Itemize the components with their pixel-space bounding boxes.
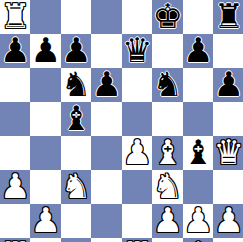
square-d7[interactable] (91, 34, 121, 68)
piece-white-pawn[interactable]: ♟ (0, 169, 30, 203)
piece-white-queen[interactable]: ♛ (213, 135, 243, 169)
square-b4[interactable] (30, 136, 60, 170)
piece-black-queen[interactable]: ♛ (122, 33, 152, 67)
square-e5[interactable] (122, 102, 152, 136)
square-g3[interactable] (183, 170, 213, 204)
piece-black-king[interactable]: ♚ (152, 0, 182, 33)
square-e1[interactable]: ♜ (122, 238, 152, 242)
square-d5[interactable] (91, 102, 121, 136)
square-f6[interactable]: ♞ (152, 68, 182, 102)
square-d2[interactable] (91, 204, 121, 238)
square-f5[interactable] (152, 102, 182, 136)
square-c4[interactable] (61, 136, 91, 170)
square-e6[interactable] (122, 68, 152, 102)
square-d1[interactable] (91, 238, 121, 242)
square-h3[interactable] (213, 170, 243, 204)
square-b6[interactable] (30, 68, 60, 102)
square-a7[interactable]: ♟ (0, 34, 30, 68)
square-h6[interactable]: ♟ (213, 68, 243, 102)
piece-black-pawn[interactable]: ♟ (183, 33, 213, 67)
piece-black-pawn[interactable]: ♟ (213, 67, 243, 101)
piece-black-knight[interactable]: ♞ (61, 67, 91, 101)
piece-white-knight[interactable]: ♞ (152, 169, 182, 203)
square-b7[interactable]: ♟ (30, 34, 60, 68)
square-f2[interactable]: ♟ (152, 204, 182, 238)
square-h1[interactable] (213, 238, 243, 242)
square-e2[interactable] (122, 204, 152, 238)
square-a1[interactable]: ♜ (0, 238, 30, 242)
chess-board: ♜♚♜♟♟♟♛♟♞♟♞♟♝♟♝♝♛♟♞♞♟♟♟♟♜♜♚ (0, 0, 242, 242)
piece-white-rook[interactable]: ♜ (122, 237, 152, 242)
square-g5[interactable] (183, 102, 213, 136)
square-c5[interactable]: ♝ (61, 102, 91, 136)
square-e4[interactable]: ♟ (122, 136, 152, 170)
square-g6[interactable] (183, 68, 213, 102)
square-f1[interactable] (152, 238, 182, 242)
square-c6[interactable]: ♞ (61, 68, 91, 102)
square-h5[interactable] (213, 102, 243, 136)
piece-white-pawn[interactable]: ♟ (30, 203, 60, 237)
square-d6[interactable]: ♟ (91, 68, 121, 102)
square-h7[interactable] (213, 34, 243, 68)
square-g4[interactable]: ♝ (183, 136, 213, 170)
square-c8[interactable] (61, 0, 91, 34)
square-h2[interactable]: ♟ (213, 204, 243, 238)
square-c7[interactable]: ♟ (61, 34, 91, 68)
piece-white-rook[interactable]: ♜ (0, 237, 30, 242)
square-f4[interactable]: ♝ (152, 136, 182, 170)
piece-black-pawn[interactable]: ♟ (0, 33, 30, 67)
piece-black-rook[interactable]: ♜ (213, 0, 243, 33)
square-f7[interactable] (152, 34, 182, 68)
piece-black-pawn[interactable]: ♟ (61, 33, 91, 67)
square-f3[interactable]: ♞ (152, 170, 182, 204)
square-h8[interactable]: ♜ (213, 0, 243, 34)
square-g1[interactable]: ♚ (183, 238, 213, 242)
square-a8[interactable]: ♜ (0, 0, 30, 34)
square-e7[interactable]: ♛ (122, 34, 152, 68)
square-d8[interactable] (91, 0, 121, 34)
square-e8[interactable] (122, 0, 152, 34)
square-c3[interactable]: ♞ (61, 170, 91, 204)
square-d4[interactable] (91, 136, 121, 170)
piece-white-rook[interactable]: ♜ (0, 0, 30, 33)
piece-black-pawn[interactable]: ♟ (91, 67, 121, 101)
piece-black-bishop[interactable]: ♝ (183, 135, 213, 169)
square-c2[interactable] (61, 204, 91, 238)
piece-black-knight[interactable]: ♞ (152, 67, 182, 101)
square-b1[interactable] (30, 238, 60, 242)
square-g8[interactable] (183, 0, 213, 34)
piece-white-pawn[interactable]: ♟ (213, 203, 243, 237)
piece-black-bishop[interactable]: ♝ (61, 101, 91, 135)
square-a6[interactable] (0, 68, 30, 102)
square-a2[interactable] (0, 204, 30, 238)
piece-white-bishop[interactable]: ♝ (152, 135, 182, 169)
square-g7[interactable]: ♟ (183, 34, 213, 68)
square-d3[interactable] (91, 170, 121, 204)
piece-black-pawn[interactable]: ♟ (30, 33, 60, 67)
square-a3[interactable]: ♟ (0, 170, 30, 204)
piece-white-knight[interactable]: ♞ (61, 169, 91, 203)
square-g2[interactable]: ♟ (183, 204, 213, 238)
square-c1[interactable] (61, 238, 91, 242)
square-a4[interactable] (0, 136, 30, 170)
piece-white-pawn[interactable]: ♟ (122, 135, 152, 169)
piece-white-pawn[interactable]: ♟ (183, 203, 213, 237)
square-b3[interactable] (30, 170, 60, 204)
piece-white-king[interactable]: ♚ (183, 237, 213, 242)
square-h4[interactable]: ♛ (213, 136, 243, 170)
piece-white-pawn[interactable]: ♟ (152, 203, 182, 237)
square-e3[interactable] (122, 170, 152, 204)
square-b5[interactable] (30, 102, 60, 136)
square-b8[interactable] (30, 0, 60, 34)
square-b2[interactable]: ♟ (30, 204, 60, 238)
square-f8[interactable]: ♚ (152, 0, 182, 34)
square-a5[interactable] (0, 102, 30, 136)
